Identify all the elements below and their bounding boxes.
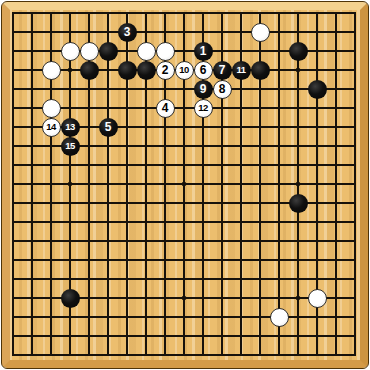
stone-black-move-9[interactable]: 9	[194, 80, 213, 99]
move-number-label: 9	[200, 83, 207, 95]
stone-white[interactable]	[156, 42, 175, 61]
stone-white-move-4[interactable]: 4	[156, 99, 175, 118]
stone-white-move-14[interactable]: 14	[42, 118, 61, 137]
stone-black-move-5[interactable]: 5	[99, 118, 118, 137]
stone-white[interactable]	[61, 42, 80, 61]
move-number-label: 8	[219, 83, 226, 95]
stone-white-move-12[interactable]: 12	[194, 99, 213, 118]
stone-black[interactable]	[251, 61, 270, 80]
stone-white-move-6[interactable]: 6	[194, 61, 213, 80]
move-number-label: 10	[179, 65, 189, 75]
stone-black[interactable]	[289, 194, 308, 213]
stone-white[interactable]	[42, 99, 61, 118]
move-number-label: 3	[124, 26, 131, 38]
stone-black[interactable]	[80, 61, 99, 80]
stone-black[interactable]	[61, 289, 80, 308]
stones-layer: 312106711984121413515	[10, 10, 360, 360]
go-board[interactable]: 312106711984121413515	[10, 10, 360, 360]
stone-white-move-2[interactable]: 2	[156, 61, 175, 80]
stone-black[interactable]	[308, 80, 327, 99]
move-number-label: 7	[219, 64, 226, 76]
move-number-label: 6	[200, 64, 207, 76]
stone-white[interactable]	[251, 23, 270, 42]
stone-black-move-15[interactable]: 15	[61, 137, 80, 156]
move-number-label: 12	[198, 103, 208, 113]
stone-black-move-11[interactable]: 11	[232, 61, 251, 80]
stone-white-move-10[interactable]: 10	[175, 61, 194, 80]
stone-black-move-3[interactable]: 3	[118, 23, 137, 42]
stone-white[interactable]	[42, 61, 61, 80]
stone-black-move-7[interactable]: 7	[213, 61, 232, 80]
move-number-label: 5	[105, 121, 112, 133]
move-number-label: 1	[200, 45, 207, 57]
stone-black[interactable]	[118, 61, 137, 80]
move-number-label: 11	[236, 65, 245, 75]
stone-black-move-13[interactable]: 13	[61, 118, 80, 137]
move-number-label: 14	[46, 122, 56, 132]
stone-black[interactable]	[137, 61, 156, 80]
move-number-label: 13	[65, 122, 75, 132]
stone-white[interactable]	[137, 42, 156, 61]
stone-white[interactable]	[308, 289, 327, 308]
stone-white[interactable]	[270, 308, 289, 327]
stone-black[interactable]	[289, 42, 308, 61]
move-number-label: 2	[162, 64, 169, 76]
move-number-label: 15	[65, 141, 75, 151]
stone-white[interactable]	[80, 42, 99, 61]
go-board-frame: 312106711984121413515	[2, 2, 368, 368]
stone-black-move-1[interactable]: 1	[194, 42, 213, 61]
stone-black[interactable]	[99, 42, 118, 61]
move-number-label: 4	[162, 102, 169, 114]
stone-white-move-8[interactable]: 8	[213, 80, 232, 99]
